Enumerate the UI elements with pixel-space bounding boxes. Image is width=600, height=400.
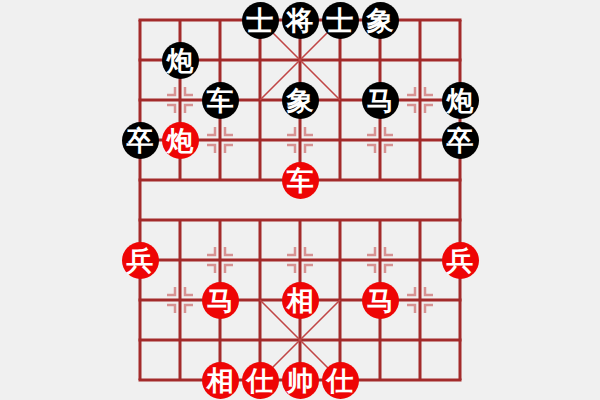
piece-red-soldier[interactable]: 兵 <box>442 242 479 279</box>
piece-black-chariot[interactable]: 车 <box>202 82 239 119</box>
piece-black-soldier[interactable]: 卒 <box>122 122 159 159</box>
piece-red-horse[interactable]: 马 <box>202 282 239 319</box>
piece-red-soldier[interactable]: 兵 <box>122 242 159 279</box>
pieces-layer: 士将士象炮车象马炮卒炮卒车兵兵马相马相仕帅仕 <box>120 0 480 400</box>
xiangqi-board: 士将士象炮车象马炮卒炮卒车兵兵马相马相仕帅仕 <box>0 0 600 400</box>
piece-red-horse[interactable]: 马 <box>362 282 399 319</box>
piece-black-advisor[interactable]: 士 <box>322 2 359 39</box>
piece-red-cannon[interactable]: 炮 <box>162 122 199 159</box>
piece-black-advisor[interactable]: 士 <box>242 2 279 39</box>
piece-red-elephant[interactable]: 相 <box>282 282 319 319</box>
piece-red-elephant[interactable]: 相 <box>202 362 239 399</box>
piece-black-general[interactable]: 将 <box>282 2 319 39</box>
piece-red-chariot[interactable]: 车 <box>282 162 319 199</box>
piece-black-cannon[interactable]: 炮 <box>442 82 479 119</box>
piece-black-elephant[interactable]: 象 <box>362 2 399 39</box>
piece-black-elephant[interactable]: 象 <box>282 82 319 119</box>
piece-black-cannon[interactable]: 炮 <box>162 42 199 79</box>
piece-red-general[interactable]: 帅 <box>282 362 319 399</box>
piece-black-soldier[interactable]: 卒 <box>442 122 479 159</box>
piece-red-advisor[interactable]: 仕 <box>242 362 279 399</box>
piece-black-horse[interactable]: 马 <box>362 82 399 119</box>
piece-red-advisor[interactable]: 仕 <box>322 362 359 399</box>
